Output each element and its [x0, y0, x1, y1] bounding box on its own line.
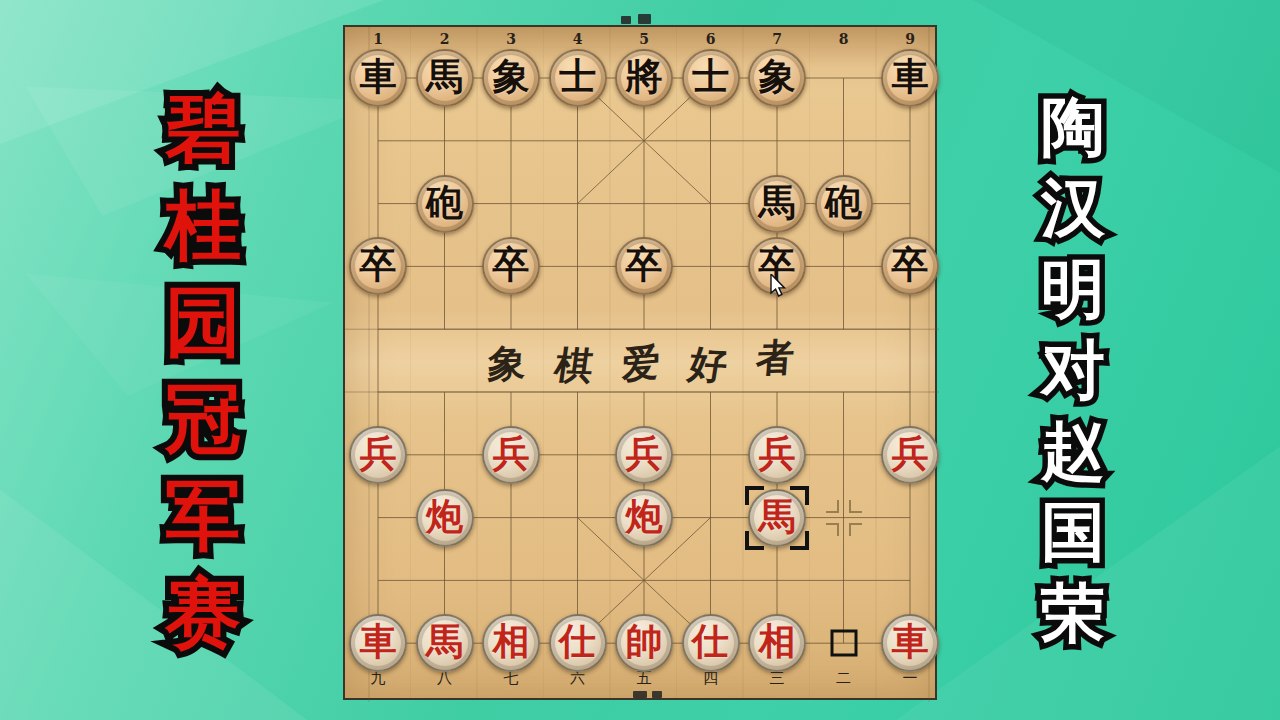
title-char: 明明 [1041, 257, 1105, 321]
title-char: 对对 [1041, 338, 1105, 402]
title-char-fill: 冠 [165, 381, 241, 457]
piece-glyph: 象 [759, 52, 796, 102]
piece-black-advisor[interactable]: 士 [549, 49, 607, 107]
title-char-fill: 陶 [1041, 95, 1105, 159]
piece-glyph: 帥 [626, 617, 663, 667]
last-move-from-square [830, 630, 857, 657]
piece-glyph: 車 [892, 617, 929, 667]
board-grid-lines [345, 27, 939, 702]
piece-red-chariot[interactable]: 車 [881, 614, 939, 672]
piece-glyph: 士 [559, 52, 596, 102]
clipped-text-artifact [652, 691, 662, 698]
title-char: 陶陶 [1041, 95, 1105, 159]
piece-glyph: 馬 [759, 492, 796, 542]
piece-glyph: 士 [692, 52, 729, 102]
piece-black-advisor[interactable]: 士 [682, 49, 740, 107]
piece-glyph: 卒 [759, 240, 796, 290]
piece-black-chariot[interactable]: 車 [881, 49, 939, 107]
file-number-top: 4 [567, 31, 589, 47]
file-number-top: 8 [833, 31, 855, 47]
piece-red-soldier[interactable]: 兵 [482, 426, 540, 484]
title-char-fill: 汉 [1041, 176, 1105, 240]
piece-red-advisor[interactable]: 仕 [549, 614, 607, 672]
piece-red-general[interactable]: 帥 [615, 614, 673, 672]
file-number-top: 9 [899, 31, 921, 47]
piece-glyph: 象 [493, 52, 530, 102]
piece-red-cannon[interactable]: 炮 [615, 489, 673, 547]
file-number-top: 6 [700, 31, 722, 47]
piece-glyph: 相 [759, 617, 796, 667]
title-char: 桂桂 [165, 187, 241, 263]
right-title-players: 陶陶汉汉明明对对赵赵国国荣荣 [1038, 95, 1108, 662]
piece-red-cannon[interactable]: 炮 [416, 489, 474, 547]
left-title-event-name: 碧碧桂桂园园冠冠军军赛赛 [162, 90, 244, 672]
title-char: 碧碧 [165, 90, 241, 166]
title-char-fill: 军 [165, 478, 241, 554]
title-char: 冠冠 [165, 381, 241, 457]
piece-glyph: 兵 [759, 429, 796, 479]
title-char: 汉汉 [1041, 176, 1105, 240]
piece-red-soldier[interactable]: 兵 [615, 426, 673, 484]
piece-glyph: 卒 [626, 240, 663, 290]
piece-black-soldier[interactable]: 卒 [615, 237, 673, 295]
piece-red-horse[interactable]: 馬 [748, 489, 806, 547]
title-char: 园园 [165, 284, 241, 360]
river-char: 爱 [622, 337, 661, 392]
title-char-fill: 赛 [165, 575, 241, 651]
file-number-top: 7 [766, 31, 788, 47]
file-number-top: 2 [434, 31, 456, 47]
xiangqi-board[interactable]: 123456789 九八七六五四三二一 象棋爱好者 車馬象士將士象車砲馬砲卒卒卒… [343, 25, 937, 700]
piece-black-soldier[interactable]: 卒 [748, 237, 806, 295]
title-char: 赛赛 [165, 575, 241, 651]
piece-glyph: 馬 [426, 617, 463, 667]
file-number-top: 5 [633, 31, 655, 47]
piece-glyph: 車 [892, 52, 929, 102]
river-char: 象 [487, 337, 528, 390]
title-char-fill: 园 [165, 284, 241, 360]
point-marker-corner [826, 500, 839, 513]
title-char-fill: 明 [1041, 257, 1105, 321]
file-number-top: 3 [500, 31, 522, 47]
piece-glyph: 兵 [360, 429, 397, 479]
file-number-top: 1 [367, 31, 389, 47]
piece-red-soldier[interactable]: 兵 [881, 426, 939, 484]
piece-red-horse[interactable]: 馬 [416, 614, 474, 672]
piece-black-elephant[interactable]: 象 [748, 49, 806, 107]
file-number-bottom: 二 [833, 669, 855, 688]
piece-black-soldier[interactable]: 卒 [349, 237, 407, 295]
piece-glyph: 兵 [892, 429, 929, 479]
river-char: 好 [685, 339, 731, 392]
point-marker-corner [826, 523, 839, 536]
piece-black-elephant[interactable]: 象 [482, 49, 540, 107]
piece-glyph: 砲 [426, 178, 463, 228]
piece-black-horse[interactable]: 馬 [748, 175, 806, 233]
point-marker [826, 500, 862, 536]
piece-red-elephant[interactable]: 相 [482, 614, 540, 672]
piece-glyph: 卒 [493, 240, 530, 290]
piece-glyph: 車 [360, 617, 397, 667]
title-char-fill: 对 [1041, 338, 1105, 402]
piece-red-elephant[interactable]: 相 [748, 614, 806, 672]
river-char: 者 [754, 332, 796, 384]
piece-black-chariot[interactable]: 車 [349, 49, 407, 107]
piece-glyph: 兵 [626, 429, 663, 479]
point-marker-corner [849, 500, 862, 513]
piece-glyph: 砲 [825, 178, 862, 228]
piece-red-soldier[interactable]: 兵 [349, 426, 407, 484]
title-char: 国国 [1041, 500, 1105, 564]
river-char: 棋 [551, 340, 596, 392]
piece-red-soldier[interactable]: 兵 [748, 426, 806, 484]
piece-black-general[interactable]: 將 [615, 49, 673, 107]
piece-glyph: 卒 [360, 240, 397, 290]
title-char-fill: 碧 [165, 90, 241, 166]
point-marker-corner [849, 523, 862, 536]
title-char: 赵赵 [1041, 419, 1105, 483]
piece-red-advisor[interactable]: 仕 [682, 614, 740, 672]
piece-glyph: 馬 [759, 178, 796, 228]
title-char-fill: 荣 [1041, 581, 1105, 645]
title-char-fill: 桂 [165, 187, 241, 263]
wood-plank-texture [345, 27, 935, 698]
piece-red-chariot[interactable]: 車 [349, 614, 407, 672]
piece-glyph: 炮 [626, 492, 663, 542]
title-char-fill: 赵 [1041, 419, 1105, 483]
title-char: 军军 [165, 478, 241, 554]
title-char-fill: 国 [1041, 500, 1105, 564]
piece-black-soldier[interactable]: 卒 [482, 237, 540, 295]
piece-glyph: 兵 [493, 429, 530, 479]
clipped-text-artifact [621, 16, 631, 24]
piece-black-cannon[interactable]: 砲 [815, 175, 873, 233]
piece-black-cannon[interactable]: 砲 [416, 175, 474, 233]
piece-glyph: 卒 [892, 240, 929, 290]
piece-glyph: 相 [493, 617, 530, 667]
piece-black-soldier[interactable]: 卒 [881, 237, 939, 295]
piece-glyph: 車 [360, 52, 397, 102]
piece-glyph: 將 [626, 52, 663, 102]
piece-glyph: 仕 [692, 617, 729, 667]
clipped-text-artifact [638, 14, 651, 24]
title-char: 荣荣 [1041, 581, 1105, 645]
clipped-text-artifact [633, 691, 647, 698]
piece-glyph: 仕 [559, 617, 596, 667]
piece-glyph: 炮 [426, 492, 463, 542]
piece-black-horse[interactable]: 馬 [416, 49, 474, 107]
piece-glyph: 馬 [426, 52, 463, 102]
